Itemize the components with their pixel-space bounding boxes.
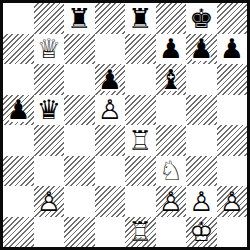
white-pawn-icon: ♟♙ — [34, 186, 65, 217]
square-g3[interactable] — [186, 156, 217, 187]
square-h2[interactable]: ♟♙ — [217, 186, 248, 217]
square-d8[interactable] — [95, 3, 126, 34]
piece-glyph: ♟ — [217, 34, 248, 65]
square-d6[interactable]: ♟♟ — [95, 64, 126, 95]
square-f6[interactable]: ♝♝ — [156, 64, 187, 95]
piece-glyph: ♖ — [125, 217, 156, 248]
square-g4[interactable] — [186, 125, 217, 156]
square-g5[interactable] — [186, 95, 217, 126]
square-g6[interactable] — [186, 64, 217, 95]
black-pawn-icon: ♟♟ — [156, 34, 187, 65]
square-e7[interactable] — [125, 34, 156, 65]
black-pawn-icon: ♟♟ — [95, 64, 126, 95]
square-g1[interactable]: ♚♔ — [186, 217, 217, 248]
square-c3[interactable] — [64, 156, 95, 187]
square-b6[interactable] — [34, 64, 65, 95]
square-h8[interactable] — [217, 3, 248, 34]
square-c5[interactable] — [64, 95, 95, 126]
black-queen-icon: ♛♛ — [34, 95, 65, 126]
piece-glyph: ♟ — [186, 34, 217, 65]
square-b8[interactable] — [34, 3, 65, 34]
black-bishop-icon: ♝♝ — [156, 64, 187, 95]
square-f5[interactable] — [156, 95, 187, 126]
piece-glyph: ♜ — [64, 3, 95, 34]
square-a2[interactable] — [3, 186, 34, 217]
piece-glyph: ♖ — [125, 125, 156, 156]
square-a1[interactable] — [3, 217, 34, 248]
square-c4[interactable] — [64, 125, 95, 156]
square-g7[interactable]: ♟♟ — [186, 34, 217, 65]
square-d1[interactable] — [95, 217, 126, 248]
square-f4[interactable] — [156, 125, 187, 156]
square-h6[interactable] — [217, 64, 248, 95]
square-b3[interactable] — [34, 156, 65, 187]
square-c6[interactable] — [64, 64, 95, 95]
square-a6[interactable] — [3, 64, 34, 95]
square-b2[interactable]: ♟♙ — [34, 186, 65, 217]
piece-glyph: ♔ — [186, 217, 217, 248]
square-e3[interactable] — [125, 156, 156, 187]
white-pawn-icon: ♟♙ — [186, 186, 217, 217]
white-knight-icon: ♞♘ — [156, 156, 187, 187]
square-b5[interactable]: ♛♛ — [34, 95, 65, 126]
square-a8[interactable] — [3, 3, 34, 34]
black-rook-icon: ♜♜ — [64, 3, 95, 34]
square-f8[interactable] — [156, 3, 187, 34]
black-pawn-icon: ♟♟ — [217, 34, 248, 65]
square-b4[interactable] — [34, 125, 65, 156]
square-h1[interactable] — [217, 217, 248, 248]
piece-glyph: ♙ — [217, 186, 248, 217]
square-h3[interactable] — [217, 156, 248, 187]
square-d7[interactable] — [95, 34, 126, 65]
square-d2[interactable] — [95, 186, 126, 217]
square-c8[interactable]: ♜♜ — [64, 3, 95, 34]
piece-glyph: ♙ — [156, 186, 187, 217]
square-f3[interactable]: ♞♘ — [156, 156, 187, 187]
square-g2[interactable]: ♟♙ — [186, 186, 217, 217]
piece-glyph: ♜ — [125, 3, 156, 34]
piece-glyph: ♙ — [186, 186, 217, 217]
square-c7[interactable] — [64, 34, 95, 65]
square-d3[interactable] — [95, 156, 126, 187]
square-g8[interactable]: ♚♚ — [186, 3, 217, 34]
piece-glyph: ♟ — [156, 34, 187, 65]
square-h5[interactable] — [217, 95, 248, 126]
piece-glyph: ♟ — [95, 64, 126, 95]
white-king-icon: ♚♔ — [186, 217, 217, 248]
square-c1[interactable] — [64, 217, 95, 248]
black-pawn-icon: ♟♟ — [186, 34, 217, 65]
piece-glyph: ♘ — [156, 156, 187, 187]
square-f1[interactable] — [156, 217, 187, 248]
black-rook-icon: ♜♜ — [125, 3, 156, 34]
white-queen-icon: ♛♕ — [34, 34, 65, 65]
square-h7[interactable]: ♟♟ — [217, 34, 248, 65]
square-e6[interactable] — [125, 64, 156, 95]
square-e1[interactable]: ♜♖ — [125, 217, 156, 248]
square-e5[interactable] — [125, 95, 156, 126]
chess-board: ♜♜♜♜♚♚♛♕♟♟♟♟♟♟♟♟♝♝♟♟♛♛♟♙♜♖♞♘♟♙♟♙♟♙♟♙♜♖♚♔ — [0, 0, 250, 250]
square-a3[interactable] — [3, 156, 34, 187]
piece-glyph: ♝ — [156, 64, 187, 95]
piece-glyph: ♛ — [34, 95, 65, 126]
black-pawn-icon: ♟♟ — [3, 95, 34, 126]
square-e2[interactable] — [125, 186, 156, 217]
square-f7[interactable]: ♟♟ — [156, 34, 187, 65]
white-rook-icon: ♜♖ — [125, 217, 156, 248]
black-king-icon: ♚♚ — [186, 3, 217, 34]
square-c2[interactable] — [64, 186, 95, 217]
piece-glyph: ♕ — [34, 34, 65, 65]
white-pawn-icon: ♟♙ — [156, 186, 187, 217]
white-pawn-icon: ♟♙ — [217, 186, 248, 217]
square-d4[interactable] — [95, 125, 126, 156]
square-b7[interactable]: ♛♕ — [34, 34, 65, 65]
piece-glyph: ♙ — [34, 186, 65, 217]
white-pawn-icon: ♟♙ — [95, 95, 126, 126]
piece-glyph: ♚ — [186, 3, 217, 34]
square-e8[interactable]: ♜♜ — [125, 3, 156, 34]
square-a7[interactable] — [3, 34, 34, 65]
square-e4[interactable]: ♜♖ — [125, 125, 156, 156]
square-a5[interactable]: ♟♟ — [3, 95, 34, 126]
white-rook-icon: ♜♖ — [125, 125, 156, 156]
square-a4[interactable] — [3, 125, 34, 156]
square-h4[interactable] — [217, 125, 248, 156]
square-d5[interactable]: ♟♙ — [95, 95, 126, 126]
square-f2[interactable]: ♟♙ — [156, 186, 187, 217]
piece-glyph: ♟ — [3, 95, 34, 126]
piece-glyph: ♙ — [95, 95, 126, 126]
square-b1[interactable] — [34, 217, 65, 248]
